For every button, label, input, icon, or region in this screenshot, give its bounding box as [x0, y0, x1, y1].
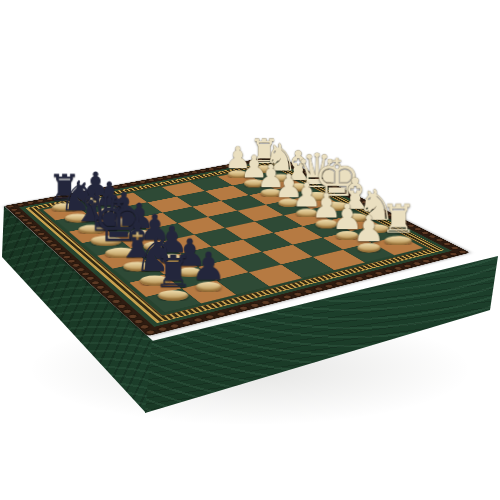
piece-black-rook[interactable]: ♜ — [148, 249, 199, 300]
piece-base — [158, 290, 188, 300]
piece-white-pawn[interactable]: ♟ — [345, 210, 391, 252]
product-photo-scene: ♜♟♟♜♞♟♟♞♝♟♟♝♛♟♟♛♚♟♟♚♝♟♟♝♞♟♟♞♜♟♟♜ — [0, 0, 500, 500]
piece-base — [196, 281, 221, 291]
piece-base — [357, 243, 380, 252]
rook-icon: ♜ — [148, 249, 199, 293]
pawn-icon: ♟ — [345, 210, 391, 246]
